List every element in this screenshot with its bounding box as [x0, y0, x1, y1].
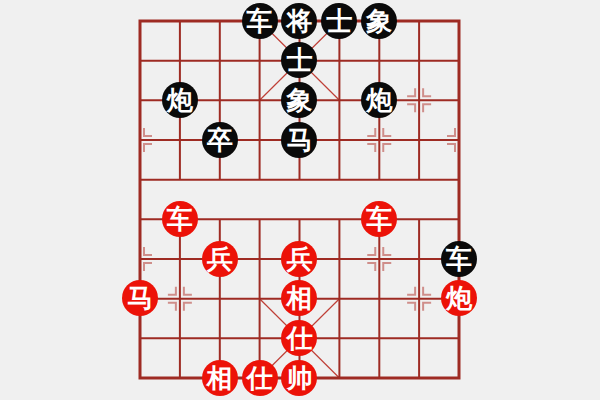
piece-red-king[interactable]: 帅 — [281, 360, 317, 396]
piece-black-horse[interactable]: 马 — [281, 122, 317, 158]
piece-black-cannon[interactable]: 炮 — [361, 82, 397, 118]
piece-black-advisor[interactable]: 士 — [281, 42, 317, 78]
piece-black-general[interactable]: 将 — [281, 3, 317, 39]
piece-red-advisor[interactable]: 仕 — [242, 360, 278, 396]
piece-black-pawn[interactable]: 卒 — [202, 122, 238, 158]
piece-red-cannon[interactable]: 炮 — [441, 280, 477, 316]
piece-black-elephant[interactable]: 象 — [281, 82, 317, 118]
piece-black-advisor[interactable]: 士 — [321, 3, 357, 39]
piece-red-chariot[interactable]: 车 — [361, 201, 397, 237]
piece-red-advisor[interactable]: 仕 — [281, 320, 317, 356]
piece-red-elephant[interactable]: 相 — [281, 280, 317, 316]
piece-red-pawn[interactable]: 兵 — [202, 241, 238, 277]
piece-red-chariot[interactable]: 车 — [162, 201, 198, 237]
piece-red-horse[interactable]: 马 — [122, 280, 158, 316]
piece-red-pawn[interactable]: 兵 — [281, 241, 317, 277]
piece-black-cannon[interactable]: 炮 — [162, 82, 198, 118]
piece-black-elephant[interactable]: 象 — [361, 3, 397, 39]
piece-red-elephant[interactable]: 相 — [202, 360, 238, 396]
app-background: 车将士象士炮象炮卒马车车兵兵车马相炮仕相仕帅 — [0, 0, 600, 400]
xiangqi-board[interactable]: 车将士象士炮象炮卒马车车兵兵车马相炮仕相仕帅 — [120, 1, 479, 398]
piece-black-chariot[interactable]: 车 — [441, 241, 477, 277]
piece-black-chariot[interactable]: 车 — [242, 3, 278, 39]
